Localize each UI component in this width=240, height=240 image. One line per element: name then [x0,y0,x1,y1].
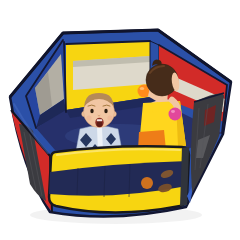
product-photo-stage [0,0,240,240]
pink-ball [169,108,182,121]
baby-left-mouth-inner [97,121,103,127]
orange-ball-floor [141,177,153,189]
pink-ball-highlight [171,110,175,113]
baby-left-cheek-left [86,115,91,120]
orange-ball-highlight [140,87,144,90]
baby-left-teeth [97,119,103,121]
baby-left-eye-left [90,109,93,114]
baby-left-cheek-right [107,115,112,120]
baby-left-eye-right [104,109,107,114]
playpen-illustration [0,0,240,240]
